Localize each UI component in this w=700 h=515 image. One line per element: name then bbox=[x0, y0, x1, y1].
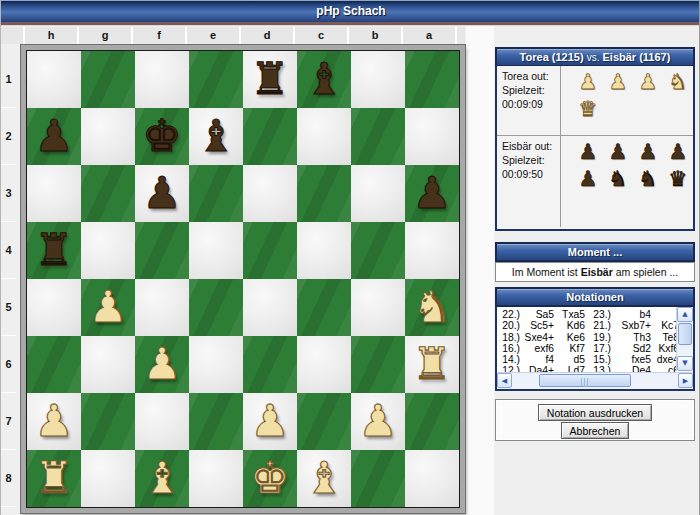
piece-wp: ♟ bbox=[135, 336, 189, 393]
piece-bp: ♟ bbox=[135, 165, 189, 222]
piece-wq: ♛ bbox=[573, 96, 603, 123]
square-f2[interactable]: ♚ bbox=[135, 108, 189, 165]
vertical-scrollbar[interactable]: ▲ ▼ bbox=[676, 307, 693, 371]
cancel-button[interactable]: Abbrechen bbox=[561, 422, 630, 439]
piece-bb: ♝ bbox=[297, 51, 351, 108]
vs-label: vs. bbox=[587, 52, 600, 63]
square-h3[interactable] bbox=[27, 165, 81, 222]
square-h1[interactable] bbox=[27, 51, 81, 108]
square-f3[interactable]: ♟ bbox=[135, 165, 189, 222]
moment-panel-header: Moment ... bbox=[495, 242, 695, 262]
square-h4[interactable]: ♜ bbox=[27, 222, 81, 279]
piece-wb: ♝ bbox=[135, 450, 189, 507]
square-g6[interactable] bbox=[81, 336, 135, 393]
piece-bp: ♟ bbox=[573, 166, 603, 193]
rank-label-8: 8 bbox=[1, 450, 16, 507]
piece-wp: ♟ bbox=[243, 393, 297, 450]
move-cell-r2-c2: Ke6 bbox=[556, 332, 587, 343]
black-time-label: Spielzeit: bbox=[502, 154, 560, 168]
file-label-f: f bbox=[133, 27, 187, 44]
move-cell-r4-c4: fxe5 bbox=[613, 354, 653, 365]
white-out-title: Torea out: bbox=[502, 70, 560, 84]
print-notation-button[interactable]: Notation ausdrucken bbox=[538, 404, 652, 421]
window-title: pHp Schach bbox=[316, 4, 385, 18]
piece-bp: ♟ bbox=[603, 139, 633, 166]
chess-board: ♜♝♟♚♝♟♟♜♟♞♟♜♟♟♟♜♝♚♝ bbox=[26, 50, 460, 508]
arrow-up-icon: ▲ bbox=[682, 310, 687, 318]
square-b6[interactable] bbox=[351, 336, 405, 393]
black-captured-tray: ♟♟♟♟♟♞♞♛ bbox=[561, 136, 693, 227]
piece-bp: ♟ bbox=[573, 139, 603, 166]
square-a8[interactable] bbox=[405, 450, 459, 507]
square-a6[interactable]: ♜ bbox=[405, 336, 459, 393]
piece-bp: ♟ bbox=[633, 139, 663, 166]
move-cell-r0-c5 bbox=[653, 309, 677, 320]
black-out-label: Eisbär out: Spielzeit: 00:09:50 bbox=[497, 136, 561, 227]
file-label-h: h bbox=[25, 27, 79, 44]
square-c3[interactable] bbox=[297, 165, 351, 222]
square-f6[interactable]: ♟ bbox=[135, 336, 189, 393]
square-g1[interactable] bbox=[81, 51, 135, 108]
square-e8[interactable] bbox=[189, 450, 243, 507]
rank-label-2: 2 bbox=[1, 108, 16, 165]
piece-wr: ♜ bbox=[405, 336, 459, 393]
rank-label-1: 1 bbox=[1, 51, 16, 108]
move-cell-r3-c3: 17.) bbox=[587, 343, 613, 354]
move-cell-r3-c2: Kf7 bbox=[556, 343, 587, 354]
rank-labels: 12345678 bbox=[1, 51, 16, 507]
move-cell-r1-c3: 21.) bbox=[587, 320, 613, 331]
piece-wn: ♞ bbox=[405, 279, 459, 336]
square-h6[interactable] bbox=[27, 336, 81, 393]
square-c4[interactable] bbox=[297, 222, 351, 279]
move-cell-r0-c2: Txa5 bbox=[556, 309, 587, 320]
square-b2[interactable] bbox=[351, 108, 405, 165]
square-g8[interactable] bbox=[81, 450, 135, 507]
scroll-down-button[interactable]: ▼ bbox=[677, 356, 693, 371]
square-e2[interactable]: ♝ bbox=[189, 108, 243, 165]
piece-bk: ♚ bbox=[135, 108, 189, 165]
square-b1[interactable] bbox=[351, 51, 405, 108]
white-time-value: 00:09:09 bbox=[502, 98, 560, 112]
white-out-label: Torea out: Spielzeit: 00:09:09 bbox=[497, 66, 561, 135]
rank-label-6: 6 bbox=[1, 336, 16, 393]
piece-br: ♜ bbox=[27, 222, 81, 279]
piece-wp: ♟ bbox=[603, 69, 633, 96]
square-b8[interactable] bbox=[351, 450, 405, 507]
square-c6[interactable] bbox=[297, 336, 351, 393]
square-d6[interactable] bbox=[243, 336, 297, 393]
move-cell-r1-c2: Kd6 bbox=[556, 320, 587, 331]
square-g7[interactable] bbox=[81, 393, 135, 450]
arrow-right-icon: ▶ bbox=[683, 377, 688, 385]
white-player-name: Torea (1215) bbox=[520, 51, 584, 63]
black-time-value: 00:09:50 bbox=[502, 168, 560, 182]
square-a5[interactable]: ♞ bbox=[405, 279, 459, 336]
file-label-a: a bbox=[403, 27, 457, 44]
move-cell-r0-c1: Sa5 bbox=[522, 309, 556, 320]
thumb-grip bbox=[581, 378, 590, 387]
titlebar-accent-line bbox=[1, 22, 700, 26]
piece-bp: ♟ bbox=[405, 165, 459, 222]
notation-listbox[interactable]: 22.)Sa5Txa523.)b420.)Sc5+Kd621.)Sxb7+Kc7… bbox=[495, 307, 695, 391]
move-cell-r0-c0: 22.) bbox=[498, 309, 522, 320]
move-cell-r4-c2: d5 bbox=[556, 354, 587, 365]
square-g5[interactable]: ♟ bbox=[81, 279, 135, 336]
square-c2[interactable] bbox=[297, 108, 351, 165]
turn-text-prefix: Im Moment ist bbox=[512, 266, 581, 278]
horizontal-scrollbar[interactable]: ◀ ▶ bbox=[497, 372, 693, 389]
piece-bn: ♞ bbox=[633, 166, 663, 193]
piece-bb: ♝ bbox=[189, 108, 243, 165]
square-e6[interactable] bbox=[189, 336, 243, 393]
square-d8[interactable]: ♚ bbox=[243, 450, 297, 507]
square-e7[interactable] bbox=[189, 393, 243, 450]
square-g3[interactable] bbox=[81, 165, 135, 222]
move-list: 22.)Sa5Txa523.)b420.)Sc5+Kd621.)Sxb7+Kc7… bbox=[498, 309, 677, 373]
square-d1[interactable]: ♜ bbox=[243, 51, 297, 108]
piece-wr: ♜ bbox=[27, 450, 81, 507]
white-time-label: Spielzeit: bbox=[502, 84, 560, 98]
black-out-section: Eisbär out: Spielzeit: 00:09:50 ♟♟♟♟♟♞♞♛ bbox=[497, 136, 693, 227]
black-out-title: Eisbär out: bbox=[502, 140, 560, 154]
square-b3[interactable] bbox=[351, 165, 405, 222]
move-cell-r0-c4: b4 bbox=[613, 309, 653, 320]
square-h2[interactable]: ♟ bbox=[27, 108, 81, 165]
notation-panel-header: Notationen bbox=[495, 287, 695, 307]
piece-wn: ♞ bbox=[663, 69, 693, 96]
move-cell-r1-c1: Sc5+ bbox=[522, 320, 556, 331]
piece-bn: ♞ bbox=[603, 166, 633, 193]
piece-bp: ♟ bbox=[663, 139, 693, 166]
turn-indicator: Im Moment ist Eisbär am spielen ... bbox=[495, 262, 695, 282]
square-c8[interactable]: ♝ bbox=[297, 450, 351, 507]
vertical-scroll-thumb[interactable] bbox=[678, 323, 692, 345]
app-window: pHp Schach hgfedcba 12345678 ♜♝♟♚♝♟♟♜♟♞♟… bbox=[0, 0, 700, 515]
square-h5[interactable] bbox=[27, 279, 81, 336]
piece-wp: ♟ bbox=[573, 69, 603, 96]
square-f4[interactable] bbox=[135, 222, 189, 279]
square-h7[interactable]: ♟ bbox=[27, 393, 81, 450]
square-b7[interactable]: ♟ bbox=[351, 393, 405, 450]
rank-label-3: 3 bbox=[1, 165, 16, 222]
file-label-b: b bbox=[349, 27, 403, 44]
move-cell-r4-c1: f4 bbox=[522, 354, 556, 365]
square-b4[interactable] bbox=[351, 222, 405, 279]
square-f7[interactable] bbox=[135, 393, 189, 450]
rank-label-7: 7 bbox=[1, 393, 16, 450]
move-cell-r2-c1: Sxe4+ bbox=[522, 332, 556, 343]
move-cell-r1-c5: Kc7 bbox=[653, 320, 677, 331]
square-d5[interactable] bbox=[243, 279, 297, 336]
move-cell-r1-c4: Sxb7+ bbox=[613, 320, 653, 331]
square-d4[interactable] bbox=[243, 222, 297, 279]
square-c5[interactable] bbox=[297, 279, 351, 336]
piece-wk: ♚ bbox=[243, 450, 297, 507]
square-h8[interactable]: ♜ bbox=[27, 450, 81, 507]
square-f1[interactable] bbox=[135, 51, 189, 108]
board-panel-gap bbox=[466, 26, 494, 515]
piece-wp: ♟ bbox=[81, 279, 135, 336]
square-e5[interactable] bbox=[189, 279, 243, 336]
rank-label-4: 4 bbox=[1, 222, 16, 279]
move-cell-r4-c0: 14.) bbox=[498, 354, 522, 365]
square-e3[interactable] bbox=[189, 165, 243, 222]
move-cell-r2-c4: Th3 bbox=[613, 332, 653, 343]
actions-box: Notation ausdrucken Abbrechen bbox=[495, 399, 695, 441]
move-cell-r0-c3: 23.) bbox=[587, 309, 613, 320]
players-panel-header: Torea (1215) vs. Eisbär (1167) bbox=[495, 47, 695, 67]
piece-wp: ♟ bbox=[633, 69, 663, 96]
white-out-section: Torea out: Spielzeit: 00:09:09 ♟♟♟♞♛ bbox=[497, 66, 693, 136]
piece-bq: ♛ bbox=[663, 166, 693, 193]
square-a4[interactable] bbox=[405, 222, 459, 279]
file-labels: hgfedcba bbox=[1, 27, 465, 44]
square-c7[interactable] bbox=[297, 393, 351, 450]
moment-title: Moment ... bbox=[568, 246, 622, 258]
move-cell-r1-c0: 20.) bbox=[498, 320, 522, 331]
turn-text-suffix: am spielen ... bbox=[613, 266, 678, 278]
square-a2[interactable] bbox=[405, 108, 459, 165]
notation-title: Notationen bbox=[566, 291, 623, 303]
square-d2[interactable] bbox=[243, 108, 297, 165]
piece-bp: ♟ bbox=[27, 108, 81, 165]
move-cell-r3-c4: Sd2 bbox=[613, 343, 653, 354]
captured-pieces-panel: Torea out: Spielzeit: 00:09:09 ♟♟♟♞♛ Eis… bbox=[495, 66, 695, 231]
piece-wp: ♟ bbox=[27, 393, 81, 450]
rank-label-5: 5 bbox=[1, 279, 16, 336]
turn-player-name: Eisbär bbox=[581, 266, 613, 278]
file-label-g: g bbox=[79, 27, 133, 44]
scroll-up-button[interactable]: ▲ bbox=[677, 307, 693, 322]
square-e4[interactable] bbox=[189, 222, 243, 279]
move-cell-r4-c3: 15.) bbox=[587, 354, 613, 365]
move-cell-r2-c0: 18.) bbox=[498, 332, 522, 343]
move-cell-r2-c5: Te8 bbox=[653, 332, 677, 343]
move-cell-r3-c5: Kxf6 bbox=[653, 343, 677, 354]
chess-board-frame: ♜♝♟♚♝♟♟♜♟♞♟♜♟♟♟♜♝♚♝ bbox=[21, 45, 465, 513]
arrow-left-icon: ◀ bbox=[502, 377, 507, 385]
square-g4[interactable] bbox=[81, 222, 135, 279]
square-d7[interactable]: ♟ bbox=[243, 393, 297, 450]
piece-wb: ♝ bbox=[297, 450, 351, 507]
move-cell-r3-c0: 16.) bbox=[498, 343, 522, 354]
square-a7[interactable] bbox=[405, 393, 459, 450]
file-label-d: d bbox=[241, 27, 295, 44]
file-label-c: c bbox=[295, 27, 349, 44]
move-cell-r4-c5: dxe4 bbox=[653, 354, 677, 365]
piece-br: ♜ bbox=[243, 51, 297, 108]
move-cell-r2-c3: 19.) bbox=[587, 332, 613, 343]
square-a1[interactable] bbox=[405, 51, 459, 108]
horizontal-scroll-thumb[interactable] bbox=[539, 374, 631, 387]
piece-wp: ♟ bbox=[351, 393, 405, 450]
title-bar: pHp Schach bbox=[1, 0, 700, 22]
square-f5[interactable] bbox=[135, 279, 189, 336]
corner-spacer bbox=[1, 27, 25, 44]
black-player-name: Eisbär (1167) bbox=[603, 51, 671, 63]
square-f8[interactable]: ♝ bbox=[135, 450, 189, 507]
white-captured-tray: ♟♟♟♞♛ bbox=[561, 66, 693, 135]
square-e1[interactable] bbox=[189, 51, 243, 108]
move-cell-r3-c1: exf6 bbox=[522, 343, 556, 354]
square-g2[interactable] bbox=[81, 108, 135, 165]
square-c1[interactable]: ♝ bbox=[297, 51, 351, 108]
square-b5[interactable] bbox=[351, 279, 405, 336]
square-a3[interactable]: ♟ bbox=[405, 165, 459, 222]
scroll-right-button[interactable]: ▶ bbox=[678, 373, 693, 388]
square-d3[interactable] bbox=[243, 165, 297, 222]
file-label-e: e bbox=[187, 27, 241, 44]
scroll-left-button[interactable]: ◀ bbox=[497, 373, 512, 388]
arrow-down-icon: ▼ bbox=[682, 359, 687, 367]
